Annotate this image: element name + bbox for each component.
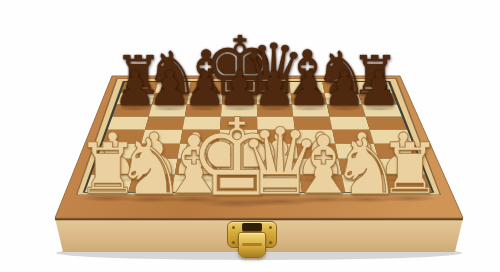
screw-icon bbox=[232, 226, 235, 229]
screw-icon bbox=[232, 241, 235, 244]
brass-latch bbox=[227, 221, 277, 259]
piece-black-pawn-h7[interactable]: ♟ bbox=[358, 65, 401, 113]
screw-icon bbox=[269, 226, 272, 229]
latch-slot bbox=[242, 223, 262, 232]
screw-icon bbox=[269, 241, 272, 244]
latch-hook bbox=[238, 232, 266, 258]
chess-set-scene: ♜♞♝♚♛♝♞♜♟♟♟♟♟♟♟♟♟♟♟♟♟♟♟♟♜♞♝♚♛♝♞♜ bbox=[0, 0, 500, 272]
piece-white-rook-h1[interactable]: ♜ bbox=[378, 134, 441, 204]
